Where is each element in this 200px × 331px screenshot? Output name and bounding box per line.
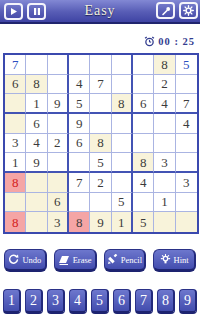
cell-r8c9[interactable] bbox=[176, 193, 197, 213]
cell-r1c5[interactable] bbox=[90, 55, 111, 75]
sudoku-board: 7856847219586476943426819583872436518389… bbox=[3, 53, 199, 234]
erase-button[interactable]: Erase bbox=[54, 249, 97, 272]
cell-r4c5[interactable] bbox=[90, 114, 111, 134]
numpad-9[interactable]: 9 bbox=[179, 289, 197, 314]
cell-r5c3[interactable]: 2 bbox=[48, 134, 69, 154]
cell-r2c6[interactable] bbox=[112, 75, 133, 95]
cell-r5c6[interactable] bbox=[112, 134, 133, 154]
numpad-3[interactable]: 3 bbox=[47, 289, 65, 314]
numpad-1[interactable]: 1 bbox=[3, 289, 21, 314]
cell-r8c5[interactable] bbox=[90, 193, 111, 213]
numpad-8[interactable]: 8 bbox=[157, 289, 175, 314]
cell-r3c5[interactable] bbox=[90, 94, 111, 114]
cell-r1c2[interactable] bbox=[26, 55, 47, 75]
cell-r7c7[interactable]: 4 bbox=[133, 173, 154, 193]
hint-label: Hint bbox=[174, 255, 189, 265]
cell-r9c5[interactable]: 9 bbox=[90, 212, 111, 232]
cell-r6c9[interactable] bbox=[176, 153, 197, 173]
cell-r6c8[interactable]: 3 bbox=[154, 153, 175, 173]
cell-r8c1[interactable] bbox=[5, 193, 26, 213]
numpad-5[interactable]: 5 bbox=[91, 289, 109, 314]
cell-r7c8[interactable] bbox=[154, 173, 175, 193]
cell-r6c7[interactable]: 8 bbox=[133, 153, 154, 173]
lightbulb-icon bbox=[160, 254, 171, 265]
cell-r5c5[interactable]: 8 bbox=[90, 134, 111, 154]
cell-r4c9[interactable]: 4 bbox=[176, 114, 197, 134]
cell-r8c7[interactable] bbox=[133, 193, 154, 213]
numpad-7[interactable]: 7 bbox=[135, 289, 153, 314]
cell-r7c4[interactable]: 7 bbox=[69, 173, 90, 193]
cell-r5c7[interactable] bbox=[133, 134, 154, 154]
cell-r8c6[interactable]: 5 bbox=[112, 193, 133, 213]
cell-r7c9[interactable]: 3 bbox=[176, 173, 197, 193]
cell-r7c2[interactable] bbox=[26, 173, 47, 193]
numpad-2[interactable]: 2 bbox=[25, 289, 43, 314]
cell-r4c2[interactable]: 6 bbox=[26, 114, 47, 134]
cell-r7c5[interactable]: 2 bbox=[90, 173, 111, 193]
cell-r5c8[interactable] bbox=[154, 134, 175, 154]
cell-r7c3[interactable] bbox=[48, 173, 69, 193]
cell-r8c4[interactable] bbox=[69, 193, 90, 213]
cell-r4c7[interactable] bbox=[133, 114, 154, 134]
cell-r9c6[interactable]: 1 bbox=[112, 212, 133, 232]
undo-button[interactable]: Undo bbox=[4, 249, 47, 272]
cell-r6c5[interactable]: 5 bbox=[90, 153, 111, 173]
cell-r8c3[interactable]: 6 bbox=[48, 193, 69, 213]
cell-r4c6[interactable] bbox=[112, 114, 133, 134]
cell-r9c8[interactable] bbox=[154, 212, 175, 232]
number-pad: 1 2 3 4 5 6 7 8 9 bbox=[0, 289, 200, 315]
cell-r1c6[interactable] bbox=[112, 55, 133, 75]
cell-r2c5[interactable]: 7 bbox=[90, 75, 111, 95]
cell-r3c2[interactable]: 1 bbox=[26, 94, 47, 114]
undo-label: Undo bbox=[22, 255, 41, 265]
cell-r5c1[interactable]: 3 bbox=[5, 134, 26, 154]
gear-icon bbox=[183, 5, 194, 16]
cell-r4c8[interactable] bbox=[154, 114, 175, 134]
cell-r2c8[interactable]: 2 bbox=[154, 75, 175, 95]
cell-r3c8[interactable]: 4 bbox=[154, 94, 175, 114]
cell-r4c4[interactable]: 9 bbox=[69, 114, 90, 134]
pencil-icon bbox=[107, 254, 118, 265]
cell-r2c3[interactable] bbox=[48, 75, 69, 95]
numpad-4[interactable]: 4 bbox=[69, 289, 87, 314]
brush-icon bbox=[161, 6, 171, 16]
cell-r2c9[interactable] bbox=[176, 75, 197, 95]
undo-icon bbox=[8, 254, 19, 265]
cell-r5c9[interactable] bbox=[176, 134, 197, 154]
cell-r4c1[interactable] bbox=[5, 114, 26, 134]
eraser-icon bbox=[58, 255, 70, 265]
cell-r6c4[interactable] bbox=[69, 153, 90, 173]
cell-r9c1[interactable]: 8 bbox=[5, 212, 26, 232]
pencil-label: Pencil bbox=[121, 255, 142, 265]
cell-r5c4[interactable]: 6 bbox=[69, 134, 90, 154]
cell-r3c4[interactable]: 5 bbox=[69, 94, 90, 114]
erase-label: Erase bbox=[73, 255, 92, 265]
theme-button[interactable] bbox=[156, 2, 175, 19]
cell-r6c6[interactable] bbox=[112, 153, 133, 173]
cell-r2c4[interactable]: 4 bbox=[69, 75, 90, 95]
cell-r1c9[interactable]: 5 bbox=[176, 55, 197, 75]
cell-r2c2[interactable]: 8 bbox=[26, 75, 47, 95]
cell-r1c7[interactable] bbox=[133, 55, 154, 75]
cell-r4c3[interactable] bbox=[48, 114, 69, 134]
numpad-6[interactable]: 6 bbox=[113, 289, 131, 314]
timer: 00 : 25 bbox=[144, 34, 195, 48]
cell-r2c7[interactable] bbox=[133, 75, 154, 95]
cell-r1c8[interactable]: 8 bbox=[154, 55, 175, 75]
cell-r3c3[interactable]: 9 bbox=[48, 94, 69, 114]
cell-r1c1[interactable]: 7 bbox=[5, 55, 26, 75]
timer-value: 00 : 25 bbox=[158, 36, 195, 47]
settings-button[interactable] bbox=[179, 2, 198, 19]
cell-r6c1[interactable]: 1 bbox=[5, 153, 26, 173]
cell-r3c9[interactable]: 7 bbox=[176, 94, 197, 114]
cell-r3c7[interactable]: 6 bbox=[133, 94, 154, 114]
cell-r8c8[interactable]: 1 bbox=[154, 193, 175, 213]
cell-r5c2[interactable]: 4 bbox=[26, 134, 47, 154]
cell-r6c2[interactable]: 9 bbox=[26, 153, 47, 173]
cell-r9c7[interactable]: 5 bbox=[133, 212, 154, 232]
cell-r8c2[interactable] bbox=[26, 193, 47, 213]
cell-r9c4[interactable]: 8 bbox=[69, 212, 90, 232]
hint-button[interactable]: Hint bbox=[153, 249, 196, 272]
toolbar: Undo Erase Pencil bbox=[0, 249, 200, 272]
cell-r3c6[interactable]: 8 bbox=[112, 94, 133, 114]
top-bar: Easy bbox=[0, 0, 200, 24]
cell-r9c3[interactable]: 3 bbox=[48, 212, 69, 232]
cell-r6c3[interactable] bbox=[48, 153, 69, 173]
cell-r9c2[interactable] bbox=[26, 212, 47, 232]
cell-r2c1[interactable]: 6 bbox=[5, 75, 26, 95]
cell-r9c9[interactable] bbox=[176, 212, 197, 232]
cell-r1c3[interactable] bbox=[48, 55, 69, 75]
pencil-button[interactable]: Pencil bbox=[104, 249, 147, 272]
cell-r7c1[interactable]: 8 bbox=[5, 173, 26, 193]
cell-r3c1[interactable] bbox=[5, 94, 26, 114]
cell-r7c6[interactable] bbox=[112, 173, 133, 193]
alarm-clock-icon bbox=[144, 36, 155, 47]
cell-r1c4[interactable] bbox=[69, 55, 90, 75]
